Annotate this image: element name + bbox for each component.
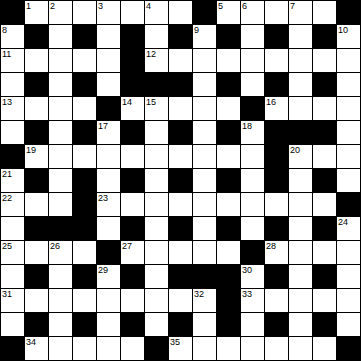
clue-number-11: 11 [2, 49, 11, 59]
entry-cell-r0-c6[interactable]: 4 [145, 1, 168, 24]
clue-number-12: 12 [146, 49, 156, 59]
block-cell-r1-c5 [121, 25, 144, 48]
block-cell-r13-c5 [121, 313, 144, 336]
block-cell-r13-c9 [217, 313, 240, 336]
entry-cell-r2-c11[interactable] [265, 49, 288, 72]
block-cell-r13-c3 [73, 313, 96, 336]
entry-cell-r3-c12[interactable] [289, 73, 312, 96]
clue-number-21: 21 [2, 169, 12, 179]
entry-cell-r6-c12[interactable]: 20 [289, 145, 312, 168]
entry-cell-r11-c10[interactable]: 30 [241, 265, 264, 288]
clue-number-32: 32 [194, 289, 204, 299]
clue-number-4: 4 [146, 1, 151, 11]
block-cell-r5-c13 [313, 121, 336, 144]
block-cell-r9-c5 [121, 217, 144, 240]
entry-cell-r13-c12[interactable] [289, 313, 312, 336]
entry-cell-r6-c7[interactable] [169, 145, 192, 168]
clue-number-10: 10 [338, 25, 348, 35]
entry-cell-r11-c0[interactable] [1, 265, 24, 288]
block-cell-r1-c13 [313, 25, 336, 48]
entry-cell-r13-c6[interactable] [145, 313, 168, 336]
entry-cell-r12-c13[interactable] [313, 289, 336, 312]
block-cell-r3-c7 [169, 73, 192, 96]
entry-cell-r8-c8[interactable] [193, 193, 216, 216]
entry-cell-r0-c5[interactable] [121, 1, 144, 24]
clue-number-5: 5 [218, 1, 223, 11]
block-cell-r13-c11 [265, 313, 288, 336]
block-cell-r1-c9 [217, 25, 240, 48]
entry-cell-r9-c0[interactable] [1, 217, 24, 240]
entry-cell-r5-c8[interactable] [193, 121, 216, 144]
entry-cell-r1-c4[interactable] [97, 25, 120, 48]
block-cell-r9-c9 [217, 217, 240, 240]
entry-cell-r3-c0[interactable] [1, 73, 24, 96]
entry-cell-r9-c14[interactable]: 24 [337, 217, 360, 240]
block-cell-r0-c0 [1, 1, 24, 24]
entry-cell-r8-c12[interactable] [289, 193, 312, 216]
entry-cell-r12-c10[interactable]: 33 [241, 289, 264, 312]
block-cell-r5-c11 [265, 121, 288, 144]
block-cell-r11-c9 [217, 265, 240, 288]
block-cell-r11-c5 [121, 265, 144, 288]
clue-number-3: 3 [98, 1, 103, 11]
entry-cell-r14-c13[interactable] [313, 337, 336, 360]
entry-cell-r1-c14[interactable]: 10 [337, 25, 360, 48]
entry-cell-r1-c8[interactable]: 9 [193, 25, 216, 48]
clue-number-15: 15 [146, 97, 156, 107]
crossword-board: 1234567891011121314151617181920212223242… [0, 0, 361, 361]
entry-cell-r13-c2[interactable] [49, 313, 72, 336]
block-cell-r5-c9 [217, 121, 240, 144]
clue-number-19: 19 [26, 145, 36, 155]
entry-cell-r2-c12[interactable] [289, 49, 312, 72]
entry-cell-r4-c6[interactable]: 15 [145, 97, 168, 120]
entry-cell-r4-c2[interactable] [49, 97, 72, 120]
block-cell-r3-c13 [313, 73, 336, 96]
entry-cell-r14-c11[interactable] [265, 337, 288, 360]
block-cell-r14-c14 [337, 337, 360, 360]
block-cell-r5-c1 [25, 121, 48, 144]
entry-cell-r4-c7[interactable] [169, 97, 192, 120]
entry-cell-r12-c5[interactable] [121, 289, 144, 312]
entry-cell-r10-c0[interactable]: 25 [1, 241, 24, 264]
entry-cell-r13-c8[interactable] [193, 313, 216, 336]
clue-number-2: 2 [50, 1, 55, 11]
entry-cell-r9-c4[interactable] [97, 217, 120, 240]
clue-number-9: 9 [194, 25, 199, 35]
entry-cell-r12-c2[interactable] [49, 289, 72, 312]
entry-cell-r4-c3[interactable] [73, 97, 96, 120]
entry-cell-r6-c13[interactable] [313, 145, 336, 168]
entry-cell-r7-c8[interactable] [193, 169, 216, 192]
entry-cell-r4-c14[interactable] [337, 97, 360, 120]
clue-number-27: 27 [122, 241, 132, 251]
entry-cell-r9-c12[interactable] [289, 217, 312, 240]
entry-cell-r10-c11[interactable]: 28 [265, 241, 288, 264]
block-cell-r8-c14 [337, 193, 360, 216]
entry-cell-r12-c1[interactable] [25, 289, 48, 312]
entry-cell-r8-c11[interactable] [265, 193, 288, 216]
entry-cell-r14-c3[interactable] [73, 337, 96, 360]
block-cell-r11-c7 [169, 265, 192, 288]
entry-cell-r1-c10[interactable] [241, 25, 264, 48]
block-cell-r3-c11 [265, 73, 288, 96]
clue-number-23: 23 [98, 193, 108, 203]
block-cell-r5-c12 [289, 121, 312, 144]
entry-cell-r2-c1[interactable] [25, 49, 48, 72]
entry-cell-r8-c4[interactable]: 23 [97, 193, 120, 216]
entry-cell-r8-c13[interactable] [313, 193, 336, 216]
entry-cell-r12-c4[interactable] [97, 289, 120, 312]
entry-cell-r2-c2[interactable] [49, 49, 72, 72]
entry-cell-r2-c7[interactable] [169, 49, 192, 72]
entry-cell-r14-c1[interactable]: 34 [25, 337, 48, 360]
entry-cell-r7-c4[interactable] [97, 169, 120, 192]
entry-cell-r7-c2[interactable] [49, 169, 72, 192]
entry-cell-r0-c3[interactable] [73, 1, 96, 24]
entry-cell-r5-c6[interactable] [145, 121, 168, 144]
block-cell-r7-c1 [25, 169, 48, 192]
entry-cell-r0-c7[interactable] [169, 1, 192, 24]
entry-cell-r9-c10[interactable] [241, 217, 264, 240]
entry-cell-r2-c8[interactable] [193, 49, 216, 72]
entry-cell-r7-c0[interactable]: 21 [1, 169, 24, 192]
entry-cell-r6-c14[interactable] [337, 145, 360, 168]
entry-cell-r11-c2[interactable] [49, 265, 72, 288]
entry-cell-r0-c12[interactable]: 7 [289, 1, 312, 24]
entry-cell-r6-c5[interactable] [121, 145, 144, 168]
entry-cell-r12-c6[interactable] [145, 289, 168, 312]
entry-cell-r3-c14[interactable] [337, 73, 360, 96]
block-cell-r7-c9 [217, 169, 240, 192]
block-cell-r13-c1 [25, 313, 48, 336]
entry-cell-r2-c13[interactable] [313, 49, 336, 72]
clue-number-6: 6 [242, 1, 247, 11]
entry-cell-r0-c1[interactable]: 1 [25, 1, 48, 24]
block-cell-r4-c10 [241, 97, 264, 120]
entry-cell-r6-c8[interactable] [193, 145, 216, 168]
clue-number-34: 34 [26, 337, 36, 347]
entry-cell-r12-c14[interactable] [337, 289, 360, 312]
clue-number-13: 13 [2, 97, 12, 107]
entry-cell-r10-c2[interactable]: 26 [49, 241, 72, 264]
clue-number-16: 16 [266, 97, 276, 107]
block-cell-r7-c5 [121, 169, 144, 192]
block-cell-r1-c3 [73, 25, 96, 48]
entry-cell-r2-c10[interactable] [241, 49, 264, 72]
entry-cell-r10-c6[interactable] [145, 241, 168, 264]
entry-cell-r6-c6[interactable] [145, 145, 168, 168]
entry-cell-r5-c14[interactable] [337, 121, 360, 144]
entry-cell-r13-c14[interactable] [337, 313, 360, 336]
block-cell-r11-c8 [193, 265, 216, 288]
entry-cell-r1-c12[interactable] [289, 25, 312, 48]
block-cell-r4-c4 [97, 97, 120, 120]
entry-cell-r5-c0[interactable] [1, 121, 24, 144]
entry-cell-r9-c6[interactable] [145, 217, 168, 240]
entry-cell-r10-c14[interactable] [337, 241, 360, 264]
entry-cell-r4-c9[interactable] [217, 97, 240, 120]
entry-cell-r3-c4[interactable] [97, 73, 120, 96]
entry-cell-r4-c1[interactable] [25, 97, 48, 120]
crossword-puzzle: 1234567891011121314151617181920212223242… [0, 0, 361, 361]
entry-cell-r14-c4[interactable] [97, 337, 120, 360]
block-cell-r1-c1 [25, 25, 48, 48]
entry-cell-r6-c9[interactable] [217, 145, 240, 168]
entry-cell-r8-c0[interactable]: 22 [1, 193, 24, 216]
entry-cell-r5-c10[interactable]: 18 [241, 121, 264, 144]
block-cell-r6-c11 [265, 145, 288, 168]
entry-cell-r11-c6[interactable] [145, 265, 168, 288]
entry-cell-r13-c4[interactable] [97, 313, 120, 336]
entry-cell-r14-c2[interactable] [49, 337, 72, 360]
block-cell-r14-c0 [1, 337, 24, 360]
entry-cell-r14-c12[interactable] [289, 337, 312, 360]
block-cell-r1-c7 [169, 25, 192, 48]
entry-cell-r14-c8[interactable] [193, 337, 216, 360]
clue-number-26: 26 [50, 241, 60, 251]
entry-cell-r12-c8[interactable]: 32 [193, 289, 216, 312]
entry-cell-r3-c8[interactable] [193, 73, 216, 96]
block-cell-r0-c14 [337, 1, 360, 24]
entry-cell-r2-c0[interactable]: 11 [1, 49, 24, 72]
block-cell-r7-c11 [265, 169, 288, 192]
entry-cell-r2-c14[interactable] [337, 49, 360, 72]
entry-cell-r4-c5[interactable]: 14 [121, 97, 144, 120]
block-cell-r12-c9 [217, 289, 240, 312]
entry-cell-r3-c10[interactable] [241, 73, 264, 96]
entry-cell-r10-c7[interactable] [169, 241, 192, 264]
entry-cell-r10-c5[interactable]: 27 [121, 241, 144, 264]
entry-cell-r6-c3[interactable] [73, 145, 96, 168]
entry-cell-r6-c2[interactable] [49, 145, 72, 168]
block-cell-r11-c1 [25, 265, 48, 288]
entry-cell-r4-c0[interactable]: 13 [1, 97, 24, 120]
clue-number-29: 29 [98, 265, 108, 275]
entry-cell-r8-c2[interactable] [49, 193, 72, 216]
entry-cell-r10-c13[interactable] [313, 241, 336, 264]
entry-cell-r11-c14[interactable] [337, 265, 360, 288]
clue-number-30: 30 [242, 265, 252, 275]
entry-cell-r8-c7[interactable] [169, 193, 192, 216]
clue-number-17: 17 [98, 121, 108, 131]
entry-cell-r14-c5[interactable] [121, 337, 144, 360]
entry-cell-r2-c3[interactable] [73, 49, 96, 72]
entry-cell-r14-c9[interactable] [217, 337, 240, 360]
clue-number-20: 20 [290, 145, 300, 155]
entry-cell-r12-c7[interactable] [169, 289, 192, 312]
block-cell-r3-c3 [73, 73, 96, 96]
clue-number-14: 14 [122, 97, 132, 107]
entry-cell-r6-c10[interactable] [241, 145, 264, 168]
block-cell-r11-c13 [313, 265, 336, 288]
clue-number-8: 8 [2, 25, 7, 35]
entry-cell-r0-c9[interactable]: 5 [217, 1, 240, 24]
clue-number-22: 22 [2, 193, 12, 203]
entry-cell-r0-c13[interactable] [313, 1, 336, 24]
entry-cell-r9-c8[interactable] [193, 217, 216, 240]
entry-cell-r8-c6[interactable] [145, 193, 168, 216]
entry-cell-r3-c2[interactable] [49, 73, 72, 96]
entry-cell-r13-c0[interactable] [1, 313, 24, 336]
entry-cell-r4-c12[interactable] [289, 97, 312, 120]
entry-cell-r14-c7[interactable]: 35 [169, 337, 192, 360]
entry-cell-r0-c11[interactable] [265, 1, 288, 24]
clue-number-31: 31 [2, 289, 12, 299]
entry-cell-r7-c6[interactable] [145, 169, 168, 192]
entry-cell-r12-c0[interactable]: 31 [1, 289, 24, 312]
entry-cell-r8-c9[interactable] [217, 193, 240, 216]
block-cell-r0-c8 [193, 1, 216, 24]
entry-cell-r0-c4[interactable]: 3 [97, 1, 120, 24]
clue-number-24: 24 [338, 217, 348, 227]
block-cell-r14-c6 [145, 337, 168, 360]
block-cell-r9-c11 [265, 217, 288, 240]
entry-cell-r10-c3[interactable] [73, 241, 96, 264]
clue-number-7: 7 [290, 1, 295, 11]
block-cell-r10-c4 [97, 241, 120, 264]
entry-cell-r11-c12[interactable] [289, 265, 312, 288]
entry-cell-r4-c8[interactable] [193, 97, 216, 120]
entry-cell-r7-c10[interactable] [241, 169, 264, 192]
entry-cell-r5-c2[interactable] [49, 121, 72, 144]
block-cell-r6-c0 [1, 145, 24, 168]
clue-number-18: 18 [242, 121, 252, 131]
entry-cell-r12-c11[interactable] [265, 289, 288, 312]
block-cell-r7-c3 [73, 169, 96, 192]
block-cell-r8-c3 [73, 193, 96, 216]
block-cell-r1-c11 [265, 25, 288, 48]
block-cell-r3-c9 [217, 73, 240, 96]
entry-cell-r10-c8[interactable] [193, 241, 216, 264]
block-cell-r9-c3 [73, 217, 96, 240]
entry-cell-r5-c4[interactable]: 17 [97, 121, 120, 144]
entry-cell-r2-c4[interactable] [97, 49, 120, 72]
entry-cell-r6-c1[interactable]: 19 [25, 145, 48, 168]
entry-cell-r1-c0[interactable]: 8 [1, 25, 24, 48]
block-cell-r3-c1 [25, 73, 48, 96]
block-cell-r13-c7 [169, 313, 192, 336]
entry-cell-r4-c13[interactable] [313, 97, 336, 120]
block-cell-r9-c1 [25, 217, 48, 240]
entry-cell-r12-c12[interactable] [289, 289, 312, 312]
entry-cell-r2-c9[interactable] [217, 49, 240, 72]
entry-cell-r11-c4[interactable]: 29 [97, 265, 120, 288]
entry-cell-r10-c12[interactable] [289, 241, 312, 264]
entry-cell-r4-c11[interactable]: 16 [265, 97, 288, 120]
entry-cell-r8-c10[interactable] [241, 193, 264, 216]
entry-cell-r8-c1[interactable] [25, 193, 48, 216]
block-cell-r5-c7 [169, 121, 192, 144]
block-cell-r11-c3 [73, 265, 96, 288]
block-cell-r11-c11 [265, 265, 288, 288]
clue-number-25: 25 [2, 241, 12, 251]
entry-cell-r0-c10[interactable]: 6 [241, 1, 264, 24]
block-cell-r7-c13 [313, 169, 336, 192]
block-cell-r13-c13 [313, 313, 336, 336]
block-cell-r10-c10 [241, 241, 264, 264]
clue-number-1: 1 [26, 1, 31, 11]
entry-cell-r7-c12[interactable] [289, 169, 312, 192]
entry-cell-r1-c6[interactable] [145, 25, 168, 48]
block-cell-r5-c5 [121, 121, 144, 144]
entry-cell-r0-c2[interactable]: 2 [49, 1, 72, 24]
entry-cell-r12-c3[interactable] [73, 289, 96, 312]
block-cell-r9-c7 [169, 217, 192, 240]
block-cell-r9-c13 [313, 217, 336, 240]
clue-number-33: 33 [242, 289, 252, 299]
block-cell-r5-c3 [73, 121, 96, 144]
entry-cell-r8-c5[interactable] [121, 193, 144, 216]
entry-cell-r1-c2[interactable] [49, 25, 72, 48]
clue-number-28: 28 [266, 241, 276, 251]
block-cell-r2-c5 [121, 49, 144, 72]
entry-cell-r2-c6[interactable]: 12 [145, 49, 168, 72]
entry-cell-r7-c14[interactable] [337, 169, 360, 192]
block-cell-r3-c6 [145, 73, 168, 96]
block-cell-r9-c2 [49, 217, 72, 240]
entry-cell-r13-c10[interactable] [241, 313, 264, 336]
clue-number-35: 35 [170, 337, 180, 347]
entry-cell-r10-c1[interactable] [25, 241, 48, 264]
entry-cell-r6-c4[interactable] [97, 145, 120, 168]
block-cell-r3-c5 [121, 73, 144, 96]
entry-cell-r10-c9[interactable] [217, 241, 240, 264]
block-cell-r7-c7 [169, 169, 192, 192]
entry-cell-r14-c10[interactable] [241, 337, 264, 360]
